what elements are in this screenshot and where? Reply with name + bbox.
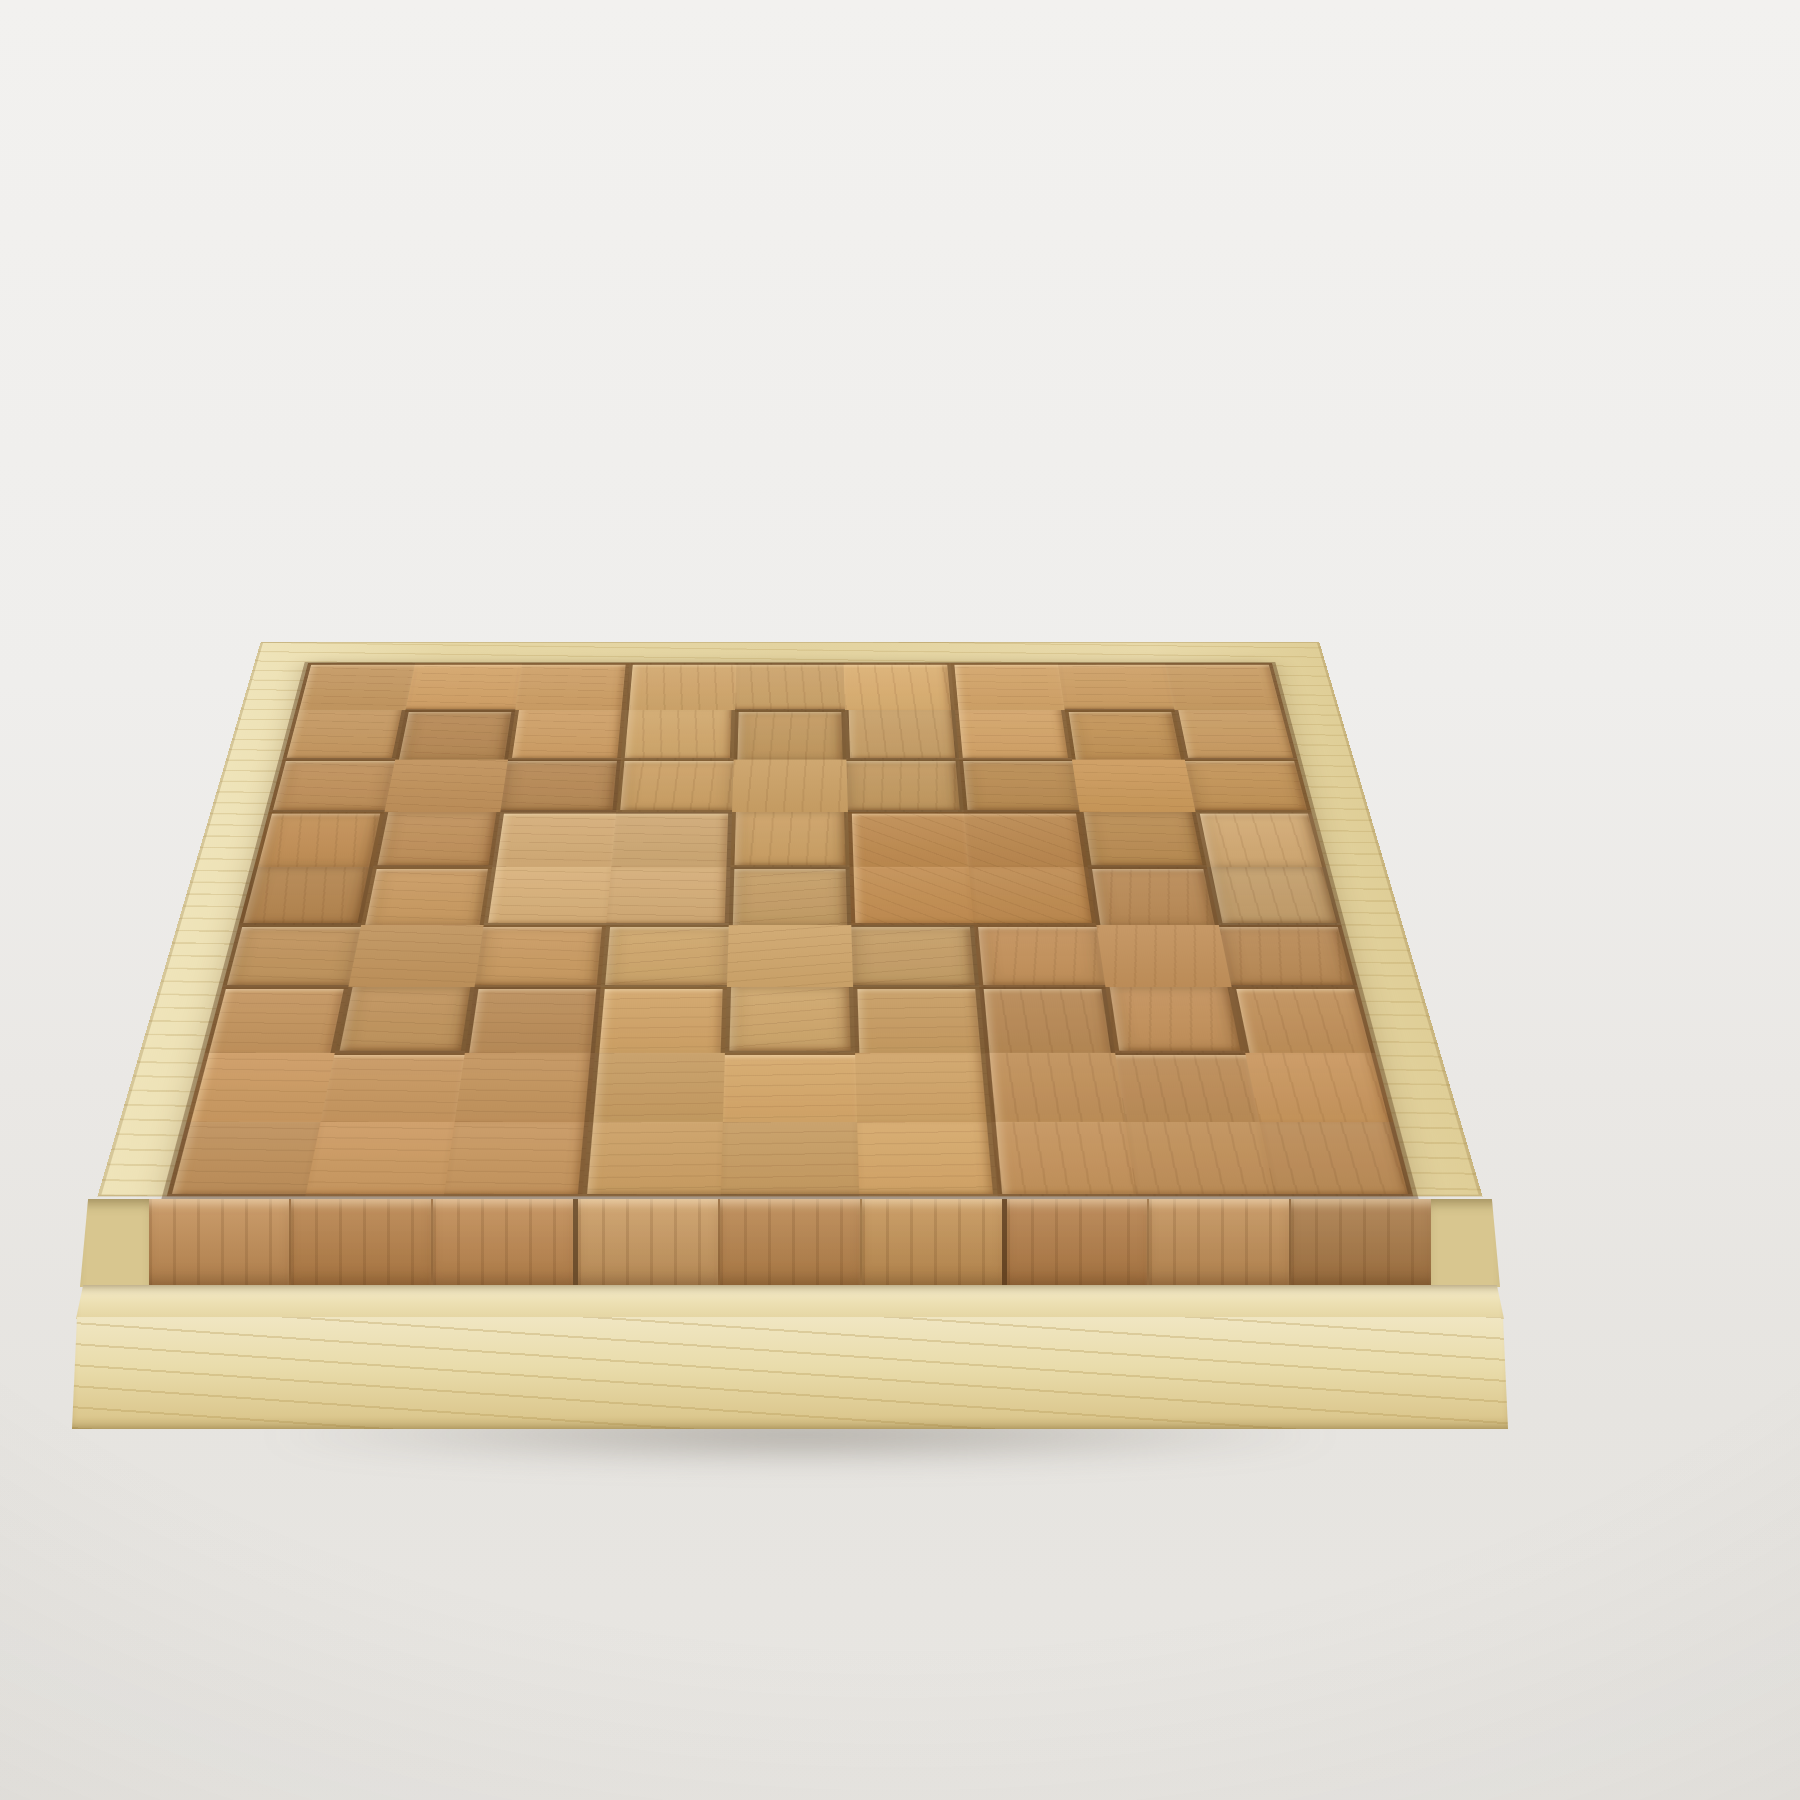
puzzle-piece-cell	[335, 987, 475, 1053]
puzzle-piece-cell	[320, 1053, 464, 1123]
puzzle-piece-cell	[405, 663, 522, 710]
piece-front-face	[1147, 1199, 1289, 1287]
puzzle-piece-cell	[844, 663, 955, 710]
photo-backdrop	[0, 0, 1800, 1800]
puzzle-piece-cell	[616, 760, 733, 812]
piece-front-face	[1289, 1199, 1431, 1287]
puzzle-piece-cell	[254, 812, 384, 867]
puzzle-piece-cell	[395, 710, 515, 759]
puzzle-piece-cell	[444, 1122, 589, 1196]
tray-front-rail	[72, 1317, 1508, 1429]
puzzle-piece-cell	[1232, 987, 1376, 1053]
puzzle-piece-cell	[1058, 663, 1175, 710]
puzzle-piece-cell	[1125, 1122, 1274, 1196]
piece-front-face	[289, 1199, 431, 1287]
puzzle-piece-cell	[959, 760, 1079, 812]
puzzle-piece-cell	[851, 925, 979, 987]
puzzle-piece-cell	[601, 925, 729, 987]
puzzle-piece-cell	[1096, 925, 1231, 987]
puzzle-board	[167, 663, 1414, 1196]
puzzle-piece-cell	[1165, 663, 1285, 710]
tray-inner-corner-right	[1431, 1199, 1500, 1287]
puzzle-piece-cell	[465, 987, 601, 1053]
puzzle-piece-cell	[1196, 812, 1326, 867]
piece-front-face	[860, 1199, 1002, 1287]
puzzle-piece-cell	[484, 867, 612, 925]
piece-front-face	[431, 1199, 573, 1287]
puzzle-piece-cell	[606, 867, 730, 925]
puzzle-piece-cell	[1245, 1053, 1393, 1123]
puzzle-piece-cell	[361, 867, 492, 925]
puzzle-piece-cell	[1088, 867, 1219, 925]
piece-front-face	[149, 1199, 289, 1287]
puzzle-piece-cell	[991, 1122, 1136, 1196]
tray-top-plane	[97, 642, 1482, 1197]
puzzle-piece-cell	[222, 925, 361, 987]
puzzle-piece-cell	[1185, 760, 1312, 812]
puzzle-piece-cell	[855, 1053, 991, 1123]
puzzle-piece-cell	[515, 663, 629, 710]
puzzle-piece-cell	[455, 1053, 595, 1123]
puzzle-piece-cell	[848, 812, 969, 867]
puzzle-piece-cell	[1105, 987, 1245, 1053]
puzzle-piece-cell	[1065, 710, 1185, 759]
puzzle-piece-cell	[985, 1053, 1125, 1123]
tray-inner-corner-left	[80, 1199, 149, 1287]
puzzle-piece-cell	[595, 987, 727, 1053]
puzzle-piece-cell	[974, 925, 1106, 987]
puzzle-piece-cell	[492, 812, 616, 867]
puzzle-piece-cell	[735, 663, 845, 710]
puzzle-piece-cell	[729, 867, 852, 925]
puzzle-piece-cell	[373, 812, 500, 867]
puzzle-piece-cell	[1175, 710, 1298, 759]
puzzle-piece-cell	[955, 710, 1072, 759]
piece-front-face	[718, 1199, 860, 1287]
puzzle-piece-cell	[979, 987, 1115, 1053]
puzzle-piece-cell	[964, 812, 1088, 867]
puzzle-piece-cell	[384, 760, 508, 812]
puzzle-piece-cell	[500, 760, 620, 812]
puzzle-piece-cell	[282, 710, 405, 759]
puzzle-piece-cell	[589, 1053, 725, 1123]
puzzle-piece-cell	[1260, 1122, 1414, 1196]
puzzle-piece-cell	[951, 663, 1065, 710]
puzzle-piece-cell	[734, 710, 847, 759]
puzzle-piece-cell	[857, 1122, 998, 1196]
puzzle-piece-cell	[269, 760, 396, 812]
puzzle-piece-cell	[1072, 760, 1196, 812]
puzzle-piece-cell	[1219, 925, 1358, 987]
puzzle-piece-cell	[582, 1122, 723, 1196]
puzzle-piece-cell	[725, 987, 855, 1053]
puzzle-piece-cell	[969, 867, 1097, 925]
puzzle-piece-cell	[730, 812, 849, 867]
puzzle-piece-cell	[625, 663, 736, 710]
puzzle-piece-cell	[1115, 1053, 1259, 1123]
puzzle-piece-cell	[721, 1122, 860, 1196]
puzzle-piece-cell	[508, 710, 625, 759]
piece-front-face	[573, 1199, 718, 1287]
front-row-piece-faces	[80, 1199, 1500, 1287]
puzzle-piece-cell	[845, 710, 959, 759]
puzzle-piece-cell	[727, 925, 853, 987]
puzzle-piece-cell	[846, 760, 963, 812]
puzzle-piece-cell	[167, 1122, 321, 1196]
puzzle-piece-cell	[296, 663, 416, 710]
puzzle-piece-cell	[1080, 812, 1207, 867]
puzzle-piece-cell	[205, 987, 349, 1053]
puzzle-piece-cell	[611, 812, 732, 867]
puzzle-piece-cell	[1207, 867, 1342, 925]
tray-front-rail-top	[76, 1285, 1504, 1319]
puzzle-piece-cell	[186, 1053, 334, 1123]
puzzle-piece-cell	[723, 1053, 857, 1123]
puzzle-piece-cell	[348, 925, 483, 987]
puzzle-piece-cell	[621, 710, 735, 759]
puzzle-piece-cell	[850, 867, 974, 925]
puzzle-piece-cell	[475, 925, 607, 987]
puzzle-piece-cell	[732, 760, 848, 812]
puzzle-piece-cell	[239, 867, 374, 925]
puzzle-piece-cell	[853, 987, 985, 1053]
puzzle-piece-cell	[305, 1122, 454, 1196]
piece-front-face	[1002, 1199, 1147, 1287]
